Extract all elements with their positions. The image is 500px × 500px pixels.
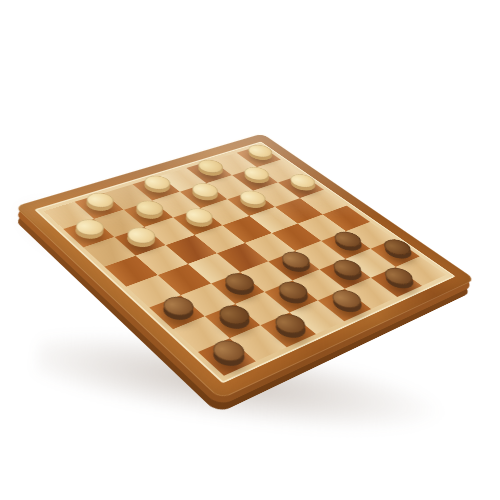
- square-d3[interactable]: [173, 208, 222, 235]
- product-photo-scene: [0, 0, 500, 500]
